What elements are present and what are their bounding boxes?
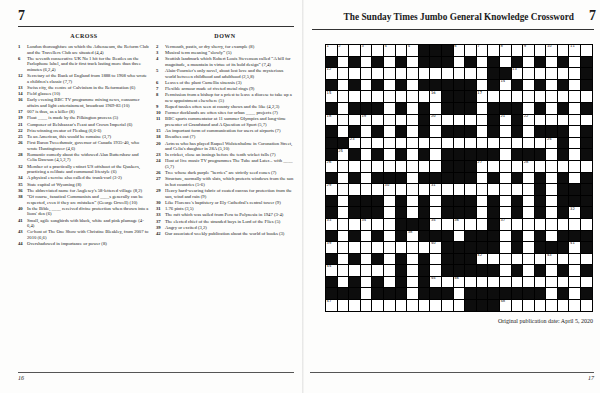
grid-cell[interactable]	[407, 103, 418, 114]
grid-cell[interactable]	[430, 196, 441, 207]
grid-cell[interactable]	[569, 138, 580, 149]
grid-cell[interactable]: 42	[477, 254, 488, 265]
grid-cell[interactable]	[454, 115, 465, 126]
grid-cell[interactable]	[569, 161, 580, 172]
grid-cell[interactable]	[512, 45, 523, 56]
grid-cell[interactable]	[546, 80, 557, 91]
grid-cell[interactable]	[558, 115, 569, 126]
grid-cell[interactable]	[488, 277, 499, 288]
grid-cell[interactable]: 7	[477, 45, 488, 56]
grid-cell[interactable]	[430, 300, 441, 311]
grid-cell[interactable]	[419, 242, 430, 253]
grid-cell[interactable]	[384, 242, 395, 253]
grid-cell[interactable]	[407, 265, 418, 276]
grid-cell[interactable]	[338, 207, 349, 218]
grid-cell[interactable]	[569, 277, 580, 288]
grid-cell[interactable]: 14	[500, 80, 511, 91]
grid-cell[interactable]: 2	[338, 45, 349, 56]
grid-cell[interactable]: 16	[430, 91, 441, 102]
grid-cell[interactable]	[338, 115, 349, 126]
grid-cell[interactable]	[349, 184, 360, 195]
grid-cell[interactable]	[430, 138, 441, 149]
grid-cell[interactable]	[581, 219, 592, 230]
grid-cell[interactable]	[419, 300, 430, 311]
grid-cell[interactable]	[338, 265, 349, 276]
grid-cell[interactable]	[454, 300, 465, 311]
grid-cell[interactable]	[372, 184, 383, 195]
grid-cell[interactable]: 38	[407, 231, 418, 242]
grid-cell[interactable]: 9	[523, 45, 534, 56]
grid-cell[interactable]	[523, 265, 534, 276]
grid-cell[interactable]	[430, 103, 441, 114]
grid-cell[interactable]	[500, 173, 511, 184]
grid-cell[interactable]	[500, 231, 511, 242]
grid-cell[interactable]	[349, 219, 360, 230]
grid-cell[interactable]	[465, 219, 476, 230]
grid-cell[interactable]	[396, 242, 407, 253]
grid-cell[interactable]	[384, 161, 395, 172]
grid-cell[interactable]	[384, 254, 395, 265]
grid-cell[interactable]	[546, 103, 557, 114]
grid-cell[interactable]: 31	[430, 184, 441, 195]
grid-cell[interactable]	[454, 57, 465, 68]
grid-cell[interactable]	[430, 161, 441, 172]
grid-cell[interactable]: 22	[523, 115, 534, 126]
grid-cell[interactable]	[558, 161, 569, 172]
grid-cell[interactable]	[454, 231, 465, 242]
grid-cell[interactable]: 5	[407, 45, 418, 56]
grid-cell[interactable]	[384, 126, 395, 137]
grid-cell[interactable]	[477, 57, 488, 68]
grid-cell[interactable]	[500, 196, 511, 207]
grid-cell[interactable]	[430, 265, 441, 276]
grid-cell[interactable]	[430, 254, 441, 265]
grid-cell[interactable]	[442, 277, 453, 288]
grid-cell[interactable]: 30	[384, 184, 395, 195]
grid-cell[interactable]	[372, 91, 383, 102]
grid-cell[interactable]	[338, 91, 349, 102]
grid-cell[interactable]	[558, 254, 569, 265]
grid-cell[interactable]	[396, 115, 407, 126]
grid-cell[interactable]: 18	[326, 115, 337, 126]
grid-cell[interactable]	[477, 207, 488, 218]
grid-cell[interactable]	[558, 91, 569, 102]
grid-cell[interactable]	[407, 161, 418, 172]
grid-cell[interactable]	[407, 126, 418, 137]
grid-cell[interactable]	[407, 68, 418, 79]
grid-cell[interactable]	[454, 184, 465, 195]
grid-cell[interactable]: 10	[546, 45, 557, 56]
grid-cell[interactable]	[361, 80, 372, 91]
grid-cell[interactable]	[512, 184, 523, 195]
grid-cell[interactable]: 28	[523, 161, 534, 172]
grid-cell[interactable]	[465, 184, 476, 195]
grid-cell[interactable]	[546, 196, 557, 207]
grid-cell[interactable]	[500, 161, 511, 172]
grid-cell[interactable]	[558, 277, 569, 288]
grid-cell[interactable]: 15	[326, 91, 337, 102]
grid-cell[interactable]	[488, 45, 499, 56]
grid-cell[interactable]	[454, 138, 465, 149]
grid-cell[interactable]	[546, 184, 557, 195]
grid-cell[interactable]	[569, 103, 580, 114]
grid-cell[interactable]	[581, 161, 592, 172]
grid-cell[interactable]	[535, 254, 546, 265]
grid-cell[interactable]	[569, 219, 580, 230]
grid-cell[interactable]	[569, 57, 580, 68]
grid-cell[interactable]	[523, 196, 534, 207]
grid-cell[interactable]: 3	[361, 45, 372, 56]
grid-cell[interactable]	[361, 173, 372, 184]
grid-cell[interactable]	[407, 300, 418, 311]
grid-cell[interactable]	[465, 138, 476, 149]
grid-cell[interactable]	[477, 80, 488, 91]
grid-cell[interactable]	[569, 254, 580, 265]
grid-cell[interactable]	[430, 126, 441, 137]
grid-cell[interactable]	[477, 173, 488, 184]
grid-cell[interactable]	[396, 91, 407, 102]
grid-cell[interactable]	[372, 68, 383, 79]
grid-cell[interactable]	[523, 184, 534, 195]
grid-cell[interactable]: 4	[384, 45, 395, 56]
grid-cell[interactable]	[569, 126, 580, 137]
grid-cell[interactable]	[523, 173, 534, 184]
grid-cell[interactable]	[465, 45, 476, 56]
grid-cell[interactable]	[535, 91, 546, 102]
grid-cell[interactable]	[581, 45, 592, 56]
grid-cell[interactable]	[338, 254, 349, 265]
grid-cell[interactable]: 35	[430, 219, 441, 230]
grid-cell[interactable]	[442, 68, 453, 79]
grid-cell[interactable]	[407, 184, 418, 195]
grid-cell[interactable]: 12	[326, 68, 337, 79]
grid-cell[interactable]	[535, 219, 546, 230]
grid-cell[interactable]	[581, 277, 592, 288]
grid-cell[interactable]: 39	[326, 242, 337, 253]
grid-cell[interactable]	[430, 149, 441, 160]
grid-cell[interactable]	[500, 57, 511, 68]
grid-cell[interactable]	[349, 115, 360, 126]
grid-cell[interactable]	[454, 288, 465, 299]
grid-cell[interactable]	[384, 219, 395, 230]
grid-cell[interactable]: 6	[454, 45, 465, 56]
grid-cell[interactable]	[349, 265, 360, 276]
grid-cell[interactable]	[338, 57, 349, 68]
grid-cell[interactable]	[338, 196, 349, 207]
grid-cell[interactable]	[500, 277, 511, 288]
grid-cell[interactable]	[349, 161, 360, 172]
grid-cell[interactable]	[465, 277, 476, 288]
grid-cell[interactable]	[372, 161, 383, 172]
grid-cell[interactable]	[512, 91, 523, 102]
grid-cell[interactable]	[349, 68, 360, 79]
grid-cell[interactable]	[361, 126, 372, 137]
grid-cell[interactable]	[454, 68, 465, 79]
grid-cell[interactable]	[349, 45, 360, 56]
grid-cell[interactable]	[546, 219, 557, 230]
grid-cell[interactable]	[407, 138, 418, 149]
grid-cell[interactable]	[384, 115, 395, 126]
grid-cell[interactable]	[361, 184, 372, 195]
grid-cell[interactable]	[477, 115, 488, 126]
grid-cell[interactable]: 13	[512, 68, 523, 79]
grid-cell[interactable]	[338, 68, 349, 79]
grid-cell[interactable]: 24	[546, 138, 557, 149]
grid-cell[interactable]	[523, 68, 534, 79]
grid-cell[interactable]	[523, 231, 534, 242]
grid-cell[interactable]	[558, 300, 569, 311]
grid-cell[interactable]	[338, 219, 349, 230]
grid-cell[interactable]: 33	[326, 219, 337, 230]
grid-cell[interactable]	[442, 184, 453, 195]
grid-cell[interactable]: 25	[338, 149, 349, 160]
grid-cell[interactable]	[546, 68, 557, 79]
grid-cell[interactable]	[523, 207, 534, 218]
grid-cell[interactable]	[512, 219, 523, 230]
grid-cell[interactable]	[500, 126, 511, 137]
grid-cell[interactable]: 17	[477, 91, 488, 102]
grid-cell[interactable]	[430, 68, 441, 79]
grid-cell[interactable]	[569, 173, 580, 184]
grid-cell[interactable]	[384, 80, 395, 91]
grid-cell[interactable]	[396, 300, 407, 311]
grid-cell[interactable]	[523, 242, 534, 253]
grid-cell[interactable]	[384, 68, 395, 79]
grid-cell[interactable]	[535, 68, 546, 79]
grid-cell[interactable]	[338, 126, 349, 137]
grid-cell[interactable]	[361, 265, 372, 276]
grid-cell[interactable]	[338, 161, 349, 172]
grid-cell[interactable]: 11	[569, 45, 580, 56]
grid-cell[interactable]: 32	[569, 207, 580, 218]
grid-cell[interactable]	[338, 184, 349, 195]
grid-cell[interactable]: 34	[361, 219, 372, 230]
grid-cell[interactable]	[546, 115, 557, 126]
grid-cell[interactable]	[361, 68, 372, 79]
grid-cell[interactable]	[558, 45, 569, 56]
grid-cell[interactable]	[523, 103, 534, 114]
grid-cell[interactable]	[407, 115, 418, 126]
grid-cell[interactable]	[361, 300, 372, 311]
grid-cell[interactable]	[535, 277, 546, 288]
grid-cell[interactable]	[500, 207, 511, 218]
grid-cell[interactable]	[372, 265, 383, 276]
grid-cell[interactable]	[442, 300, 453, 311]
grid-cell[interactable]	[442, 219, 453, 230]
grid-cell[interactable]	[419, 161, 430, 172]
grid-cell[interactable]	[361, 242, 372, 253]
grid-cell[interactable]	[419, 184, 430, 195]
grid-cell[interactable]	[442, 115, 453, 126]
grid-cell[interactable]	[407, 149, 418, 160]
grid-cell[interactable]	[500, 265, 511, 276]
grid-cell[interactable]: 46	[454, 277, 465, 288]
grid-cell[interactable]	[535, 161, 546, 172]
grid-cell[interactable]	[338, 103, 349, 114]
grid-cell[interactable]	[465, 115, 476, 126]
grid-cell[interactable]	[396, 184, 407, 195]
grid-cell[interactable]: 47	[326, 300, 337, 311]
grid-cell[interactable]	[500, 149, 511, 160]
grid-cell[interactable]	[407, 57, 418, 68]
grid-cell[interactable]	[396, 68, 407, 79]
grid-cell[interactable]	[361, 277, 372, 288]
grid-cell[interactable]	[512, 277, 523, 288]
grid-cell[interactable]	[477, 184, 488, 195]
grid-cell[interactable]	[569, 115, 580, 126]
grid-cell[interactable]	[500, 242, 511, 253]
grid-cell[interactable]	[396, 161, 407, 172]
grid-cell[interactable]	[558, 68, 569, 79]
grid-cell[interactable]: 27	[477, 161, 488, 172]
grid-cell[interactable]	[581, 254, 592, 265]
grid-cell[interactable]	[523, 57, 534, 68]
grid-cell[interactable]	[384, 138, 395, 149]
grid-cell[interactable]	[546, 207, 557, 218]
grid-cell[interactable]	[500, 184, 511, 195]
grid-cell[interactable]	[349, 91, 360, 102]
grid-cell[interactable]	[546, 265, 557, 276]
grid-cell[interactable]	[523, 254, 534, 265]
grid-cell[interactable]	[477, 277, 488, 288]
grid-cell[interactable]	[384, 300, 395, 311]
grid-cell[interactable]	[488, 138, 499, 149]
grid-cell[interactable]: 48	[500, 300, 511, 311]
grid-cell[interactable]	[488, 254, 499, 265]
grid-cell[interactable]: 40	[430, 242, 441, 253]
grid-cell[interactable]	[569, 68, 580, 79]
grid-cell[interactable]	[419, 68, 430, 79]
grid-cell[interactable]	[477, 196, 488, 207]
grid-cell[interactable]	[361, 254, 372, 265]
grid-cell[interactable]	[384, 196, 395, 207]
grid-cell[interactable]: 29	[326, 184, 337, 195]
grid-cell[interactable]	[546, 91, 557, 102]
grid-cell[interactable]	[546, 300, 557, 311]
grid-cell[interactable]: 41	[569, 242, 580, 253]
grid-cell[interactable]	[419, 91, 430, 102]
grid-cell[interactable]: 19	[361, 115, 372, 126]
grid-cell[interactable]	[488, 184, 499, 195]
grid-cell[interactable]	[546, 277, 557, 288]
grid-cell[interactable]	[361, 149, 372, 160]
grid-cell[interactable]: 26	[326, 161, 337, 172]
grid-cell[interactable]	[546, 161, 557, 172]
grid-cell[interactable]	[523, 277, 534, 288]
grid-cell[interactable]	[338, 173, 349, 184]
grid-cell[interactable]	[407, 80, 418, 91]
grid-cell[interactable]	[477, 68, 488, 79]
grid-cell[interactable]	[338, 231, 349, 242]
grid-cell[interactable]: 20	[430, 115, 441, 126]
grid-cell[interactable]	[569, 91, 580, 102]
grid-cell[interactable]	[407, 254, 418, 265]
grid-cell[interactable]	[512, 161, 523, 172]
grid-cell[interactable]	[407, 288, 418, 299]
grid-cell[interactable]: 43	[546, 254, 557, 265]
grid-cell[interactable]	[523, 138, 534, 149]
grid-cell[interactable]	[407, 207, 418, 218]
grid-cell[interactable]	[500, 254, 511, 265]
grid-cell[interactable]	[338, 242, 349, 253]
grid-cell[interactable]: 36	[454, 219, 465, 230]
grid-cell[interactable]	[535, 115, 546, 126]
grid-cell[interactable]	[512, 300, 523, 311]
grid-cell[interactable]	[407, 91, 418, 102]
grid-cell[interactable]	[361, 91, 372, 102]
grid-cell[interactable]	[361, 231, 372, 242]
grid-cell[interactable]: 44	[326, 265, 337, 276]
grid-cell[interactable]	[372, 219, 383, 230]
grid-cell[interactable]: 1	[326, 45, 337, 56]
grid-cell[interactable]	[407, 173, 418, 184]
grid-cell[interactable]	[372, 138, 383, 149]
grid-cell[interactable]	[407, 242, 418, 253]
grid-cell[interactable]	[569, 149, 580, 160]
grid-cell[interactable]	[361, 138, 372, 149]
grid-cell[interactable]	[488, 161, 499, 172]
grid-cell[interactable]	[338, 277, 349, 288]
grid-cell[interactable]	[546, 231, 557, 242]
grid-cell[interactable]	[338, 300, 349, 311]
grid-cell[interactable]	[407, 277, 418, 288]
grid-cell[interactable]	[569, 80, 580, 91]
grid-cell[interactable]	[372, 115, 383, 126]
grid-cell[interactable]	[477, 126, 488, 137]
grid-cell[interactable]	[523, 219, 534, 230]
grid-cell[interactable]	[361, 57, 372, 68]
grid-cell[interactable]	[384, 277, 395, 288]
grid-cell[interactable]	[396, 138, 407, 149]
grid-cell[interactable]	[361, 161, 372, 172]
grid-cell[interactable]	[581, 91, 592, 102]
grid-cell[interactable]	[384, 265, 395, 276]
grid-cell[interactable]	[372, 242, 383, 253]
grid-cell[interactable]	[419, 138, 430, 149]
grid-cell[interactable]	[384, 103, 395, 114]
grid-cell[interactable]: 45	[430, 277, 441, 288]
grid-cell[interactable]: 37	[500, 219, 511, 230]
grid-cell[interactable]	[384, 91, 395, 102]
grid-cell[interactable]	[535, 45, 546, 56]
grid-cell[interactable]	[512, 138, 523, 149]
grid-cell[interactable]	[396, 45, 407, 56]
grid-cell[interactable]: 23	[349, 138, 360, 149]
grid-cell[interactable]	[535, 138, 546, 149]
grid-cell[interactable]	[569, 300, 580, 311]
grid-cell[interactable]	[546, 57, 557, 68]
grid-cell[interactable]	[477, 138, 488, 149]
grid-cell[interactable]	[384, 231, 395, 242]
grid-cell[interactable]	[488, 91, 499, 102]
grid-cell[interactable]	[372, 300, 383, 311]
grid-cell[interactable]	[581, 300, 592, 311]
grid-cell[interactable]	[500, 138, 511, 149]
grid-cell[interactable]	[500, 91, 511, 102]
grid-cell[interactable]	[372, 45, 383, 56]
grid-cell[interactable]	[569, 265, 580, 276]
grid-cell[interactable]	[477, 103, 488, 114]
grid-cell[interactable]	[523, 300, 534, 311]
grid-cell[interactable]	[349, 242, 360, 253]
grid-cell[interactable]: 8	[500, 45, 511, 56]
grid-cell[interactable]: 21	[500, 115, 511, 126]
grid-cell[interactable]	[384, 207, 395, 218]
grid-cell[interactable]	[558, 219, 569, 230]
grid-cell[interactable]	[523, 91, 534, 102]
grid-cell[interactable]	[407, 196, 418, 207]
grid-cell[interactable]	[569, 288, 580, 299]
